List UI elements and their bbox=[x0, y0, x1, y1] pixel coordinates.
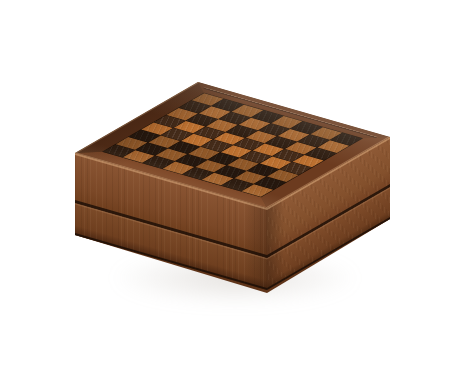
photo-canvas bbox=[0, 0, 468, 382]
